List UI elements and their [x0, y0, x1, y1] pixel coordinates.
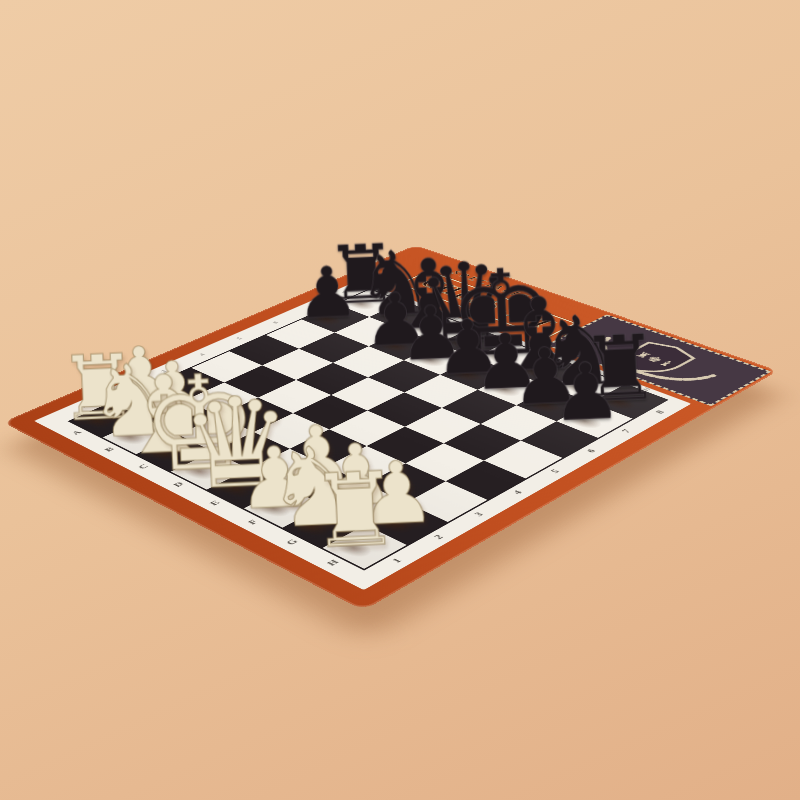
file-label-f: F	[245, 518, 259, 525]
black-pawn-icon: ♟	[549, 352, 623, 434]
rank-label-left-5: 5	[236, 337, 244, 340]
rank-label-3: 3	[472, 511, 485, 517]
file-label-e: E	[208, 499, 222, 506]
file-label-b: B	[102, 446, 115, 452]
file-label-g: G	[284, 538, 300, 546]
table-surface: SPECIALITY CHESS SET ♞ ♜♚♝ AABB	[0, 0, 800, 800]
rank-label-2: 2	[431, 533, 444, 540]
white-rook-icon: ♜	[307, 458, 402, 563]
rank-label-8: 8	[653, 409, 665, 414]
chess-mat: SPECIALITY CHESS SET ♞ ♜♚♝ AABB	[3, 245, 779, 610]
photo-scene: SPECIALITY CHESS SET ♞ ♜♚♝ AABB	[0, 0, 800, 800]
rank-label-4: 4	[511, 489, 524, 495]
file-label-h: H	[324, 558, 340, 566]
rank-label-7: 7	[619, 428, 632, 434]
file-label-a: A	[70, 429, 83, 435]
rank-label-1: 1	[390, 557, 404, 564]
rank-label-6: 6	[584, 448, 597, 454]
rank-label-left-6: 6	[272, 321, 280, 324]
rank-label-5: 5	[548, 468, 561, 474]
